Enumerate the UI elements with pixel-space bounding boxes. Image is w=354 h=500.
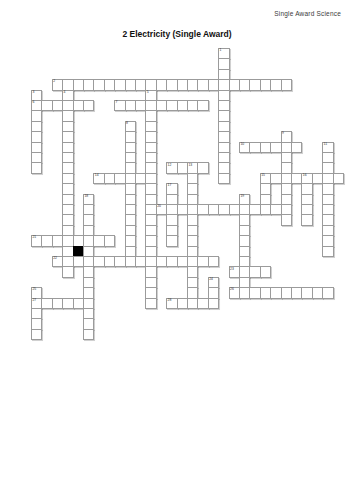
grid-cell[interactable]	[301, 214, 312, 225]
grid-cell[interactable]	[291, 142, 302, 153]
grid-cell[interactable]	[31, 329, 42, 340]
crossword-board: 1234567891011121314151617181920212223242…	[31, 48, 345, 341]
grid-cell[interactable]	[31, 162, 42, 173]
grid-cell[interactable]	[322, 287, 333, 298]
page-header: Single Award Science	[274, 10, 341, 17]
grid-cell[interactable]	[166, 235, 177, 246]
page-title: 2 Electricity (Single Award)	[0, 29, 354, 39]
grid-cell[interactable]	[322, 246, 333, 257]
grid-cell[interactable]	[208, 298, 219, 309]
grid-cell[interactable]	[208, 256, 219, 267]
grid-cell[interactable]	[62, 266, 73, 277]
grid-cell[interactable]	[218, 173, 229, 184]
grid-cell[interactable]	[333, 173, 344, 184]
grid-cell[interactable]	[260, 266, 271, 277]
grid-cell[interactable]	[281, 79, 292, 90]
worksheet-page: Single Award Science 2 Electricity (Sing…	[0, 0, 354, 500]
grid-cell[interactable]	[197, 100, 208, 111]
grid-cell[interactable]	[83, 100, 94, 111]
grid-cell[interactable]	[104, 235, 115, 246]
grid-cell[interactable]	[145, 298, 156, 309]
grid-cell[interactable]	[281, 214, 292, 225]
grid-cell[interactable]	[83, 329, 94, 340]
grid-cell[interactable]	[197, 162, 208, 173]
